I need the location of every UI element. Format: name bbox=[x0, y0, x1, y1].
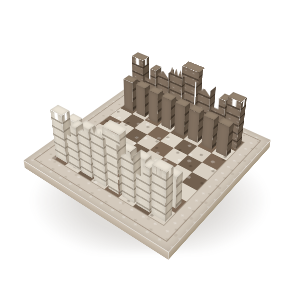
chess-board[interactable] bbox=[24, 80, 271, 252]
piece-front-face bbox=[149, 90, 158, 123]
scene bbox=[0, 0, 300, 300]
piece-front-face bbox=[136, 85, 145, 118]
product-photo bbox=[0, 0, 300, 300]
